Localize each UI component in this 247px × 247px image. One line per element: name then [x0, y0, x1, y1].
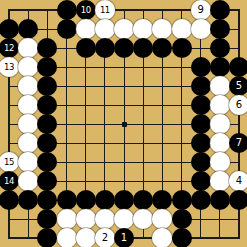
- move-number-label: 9: [198, 5, 204, 15]
- black-stone-c8r11[interactable]: [133, 190, 153, 210]
- white-stone-c2r9[interactable]: [18, 152, 38, 172]
- move-number-label: 1: [121, 233, 127, 243]
- white-stone-c11r1[interactable]: 9: [191, 0, 211, 20]
- white-stone-c1r4[interactable]: 13: [0, 57, 19, 77]
- black-stone-c11r9[interactable]: [191, 152, 211, 172]
- white-stone-c7r2[interactable]: [114, 19, 134, 39]
- black-stone-c9r3[interactable]: [152, 38, 172, 58]
- black-stone-c12r11[interactable]: [210, 190, 230, 210]
- black-stone-c3r6[interactable]: [37, 95, 57, 115]
- black-stone-c1r10[interactable]: 14: [0, 171, 19, 191]
- black-stone-c5r1[interactable]: 10: [76, 0, 96, 20]
- move-number-label: 6: [236, 100, 242, 110]
- white-stone-c4r12[interactable]: [57, 209, 77, 229]
- black-stone-c3r8[interactable]: [37, 133, 57, 153]
- black-stone-c10r11[interactable]: [172, 190, 192, 210]
- black-stone-c5r11[interactable]: [76, 190, 96, 210]
- black-stone-c4r2[interactable]: [57, 19, 77, 39]
- black-stone-c3r3[interactable]: [37, 38, 57, 58]
- black-stone-c3r13[interactable]: [37, 228, 57, 247]
- move-number-label: 5: [236, 81, 242, 91]
- white-stone-c7r12[interactable]: [114, 209, 134, 229]
- black-stone-c3r10[interactable]: [37, 171, 57, 191]
- black-stone-c6r3[interactable]: [95, 38, 115, 58]
- black-stone-c11r7[interactable]: [191, 114, 211, 134]
- white-stone-c2r5[interactable]: [18, 76, 38, 96]
- black-stone-c13r5[interactable]: 5: [229, 76, 247, 96]
- move-number-label: 4: [236, 176, 242, 186]
- move-number-label: 11: [100, 5, 110, 14]
- move-number-label: 14: [4, 176, 14, 185]
- white-stone-c5r13[interactable]: [76, 228, 96, 247]
- black-stone-c12r4[interactable]: [210, 57, 230, 77]
- white-stone-c12r6[interactable]: [210, 95, 230, 115]
- black-stone-c11r6[interactable]: [191, 95, 211, 115]
- black-stone-c2r11[interactable]: [18, 190, 38, 210]
- go-board[interactable]: 1011912135671514421: [0, 0, 247, 247]
- white-stone-c2r4[interactable]: [18, 57, 38, 77]
- move-number-label: 15: [4, 157, 14, 166]
- white-stone-c6r13[interactable]: 2: [95, 228, 115, 247]
- move-number-label: 12: [4, 43, 14, 52]
- white-stone-c12r5[interactable]: [210, 76, 230, 96]
- white-stone-c12r9[interactable]: [210, 152, 230, 172]
- black-stone-c1r11[interactable]: [0, 190, 19, 210]
- black-stone-c7r3[interactable]: [114, 38, 134, 58]
- white-stone-c4r13[interactable]: [57, 228, 77, 247]
- white-stone-c2r10[interactable]: [18, 171, 38, 191]
- white-stone-c13r10[interactable]: 4: [229, 171, 247, 191]
- black-stone-c9r11[interactable]: [152, 190, 172, 210]
- black-stone-c4r11[interactable]: [57, 190, 77, 210]
- star-point: [122, 122, 127, 127]
- black-stone-c10r12[interactable]: [172, 209, 192, 229]
- white-stone-c11r2[interactable]: [191, 19, 211, 39]
- black-stone-c7r13[interactable]: 1: [114, 228, 134, 247]
- black-stone-c11r10[interactable]: [191, 171, 211, 191]
- black-stone-c11r8[interactable]: [191, 133, 211, 153]
- black-stone-c12r3[interactable]: [210, 38, 230, 58]
- black-stone-c4r1[interactable]: [57, 0, 77, 20]
- black-stone-c7r11[interactable]: [114, 190, 134, 210]
- white-stone-c9r12[interactable]: [152, 209, 172, 229]
- white-stone-c2r7[interactable]: [18, 114, 38, 134]
- black-stone-c13r4[interactable]: [229, 57, 247, 77]
- white-stone-c2r3[interactable]: [18, 38, 38, 58]
- white-stone-c2r8[interactable]: [18, 133, 38, 153]
- black-stone-c3r4[interactable]: [37, 57, 57, 77]
- move-number-label: 10: [81, 5, 91, 14]
- black-stone-c3r5[interactable]: [37, 76, 57, 96]
- black-stone-c10r13[interactable]: [172, 228, 192, 247]
- white-stone-c5r12[interactable]: [76, 209, 96, 229]
- black-stone-c3r11[interactable]: [37, 190, 57, 210]
- black-stone-c3r9[interactable]: [37, 152, 57, 172]
- black-stone-c10r3[interactable]: [172, 38, 192, 58]
- black-stone-c12r2[interactable]: [210, 19, 230, 39]
- white-stone-c8r2[interactable]: [133, 19, 153, 39]
- black-stone-c8r3[interactable]: [133, 38, 153, 58]
- screenshot: 1011912135671514421: [0, 0, 247, 247]
- white-stone-c12r8[interactable]: [210, 133, 230, 153]
- white-stone-c13r6[interactable]: 6: [229, 95, 247, 115]
- black-stone-c11r5[interactable]: [191, 76, 211, 96]
- black-stone-c3r7[interactable]: [37, 114, 57, 134]
- white-stone-c12r7[interactable]: [210, 114, 230, 134]
- move-number-label: 2: [102, 233, 108, 243]
- move-number-label: 13: [4, 62, 14, 71]
- white-stone-c8r12[interactable]: [133, 209, 153, 229]
- white-stone-c9r13[interactable]: [152, 228, 172, 247]
- black-stone-c12r1[interactable]: [210, 0, 230, 20]
- white-stone-c6r12[interactable]: [95, 209, 115, 229]
- white-stone-c1r9[interactable]: 15: [0, 152, 19, 172]
- move-number-label: 7: [236, 138, 242, 148]
- white-stone-c5r2[interactable]: [76, 19, 96, 39]
- black-stone-c13r8[interactable]: 7: [229, 133, 247, 153]
- white-stone-c6r2[interactable]: [95, 19, 115, 39]
- black-stone-c1r3[interactable]: 12: [0, 38, 19, 58]
- black-stone-c2r2[interactable]: [18, 19, 38, 39]
- white-stone-c6r1[interactable]: 11: [95, 0, 115, 20]
- black-stone-c11r11[interactable]: [191, 190, 211, 210]
- black-stone-c6r11[interactable]: [95, 190, 115, 210]
- black-stone-c3r12[interactable]: [37, 209, 57, 229]
- white-stone-c12r10[interactable]: [210, 171, 230, 191]
- black-stone-c1r2[interactable]: [0, 19, 19, 39]
- white-stone-c10r2[interactable]: [172, 19, 192, 39]
- black-stone-c5r3[interactable]: [76, 38, 96, 58]
- black-stone-c13r11[interactable]: [229, 190, 247, 210]
- black-stone-c11r4[interactable]: [191, 57, 211, 77]
- white-stone-c9r2[interactable]: [152, 19, 172, 39]
- white-stone-c2r6[interactable]: [18, 95, 38, 115]
